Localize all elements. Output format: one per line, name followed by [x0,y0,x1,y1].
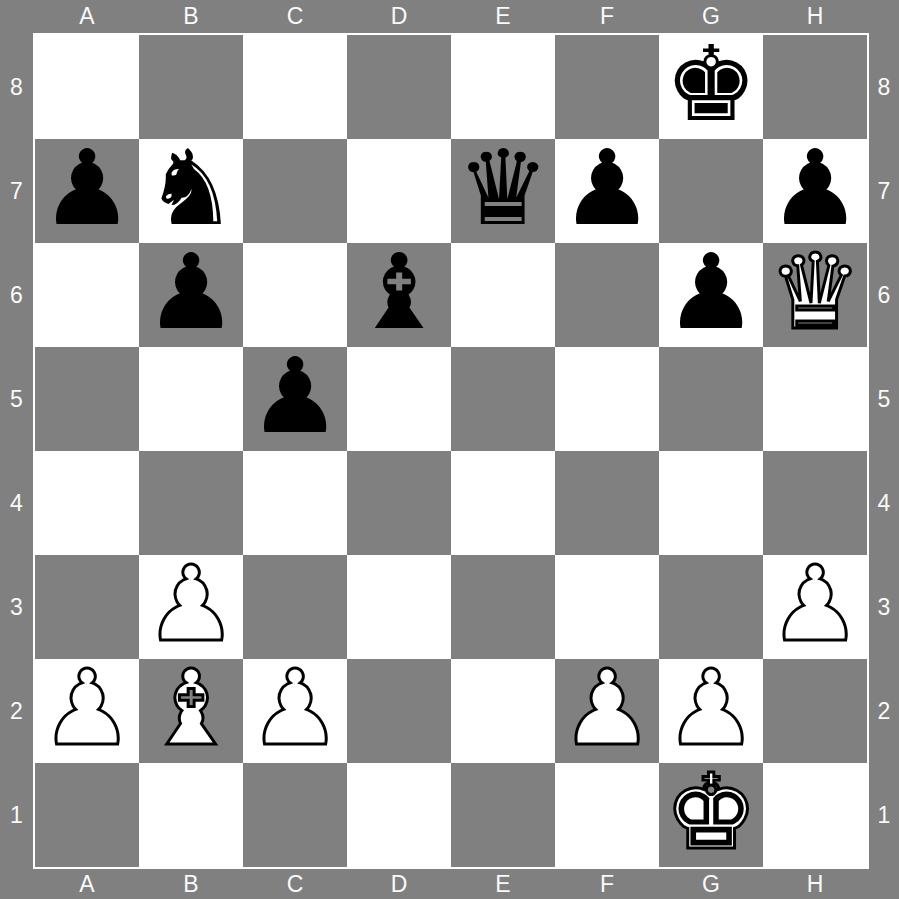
square-d7[interactable] [347,139,451,243]
rank-label-right-5: 5 [869,347,899,451]
square-a1[interactable] [35,763,139,867]
square-h5[interactable] [763,347,867,451]
square-g7[interactable] [659,139,763,243]
square-h3[interactable]: ♟ [763,555,867,659]
rank-labels-left: 87654321 [0,35,33,867]
square-h8[interactable] [763,35,867,139]
file-label-bottom-h: H [763,869,867,899]
file-label-bottom-a: A [35,869,139,899]
square-d4[interactable] [347,451,451,555]
file-label-top-h: H [763,0,867,33]
square-g3[interactable] [659,555,763,659]
square-a3[interactable] [35,555,139,659]
rank-label-left-4: 4 [0,451,33,555]
rank-label-right-2: 2 [869,659,899,763]
file-label-bottom-f: F [555,869,659,899]
square-d6[interactable]: ♝ [347,243,451,347]
file-label-top-e: E [451,0,555,33]
square-e6[interactable] [451,243,555,347]
piece-white-pawn[interactable]: ♟ [40,656,133,760]
square-c1[interactable] [243,763,347,867]
square-c6[interactable] [243,243,347,347]
rank-label-right-1: 1 [869,763,899,867]
piece-white-pawn[interactable]: ♟ [664,656,757,760]
square-a7[interactable]: ♟ [35,139,139,243]
file-label-top-c: C [243,0,347,33]
file-labels-bottom: ABCDEFGH [35,869,867,899]
rank-labels-right: 87654321 [869,35,899,867]
square-e1[interactable] [451,763,555,867]
square-c7[interactable] [243,139,347,243]
square-c3[interactable] [243,555,347,659]
piece-black-pawn[interactable]: ♟ [768,136,861,240]
rank-label-right-8: 8 [869,35,899,139]
square-a8[interactable] [35,35,139,139]
square-g6[interactable]: ♟ [659,243,763,347]
rank-label-left-8: 8 [0,35,33,139]
file-label-top-d: D [347,0,451,33]
chess-board-frame: ABCDEFGH ABCDEFGH 87654321 87654321 ♚♟♞♛… [0,0,899,899]
square-a5[interactable] [35,347,139,451]
square-h6[interactable]: ♛ [763,243,867,347]
square-d2[interactable] [347,659,451,763]
piece-black-bishop[interactable]: ♝ [352,240,445,344]
file-label-bottom-c: C [243,869,347,899]
piece-black-pawn[interactable]: ♟ [560,136,653,240]
square-f7[interactable]: ♟ [555,139,659,243]
file-label-top-a: A [35,0,139,33]
square-b8[interactable] [139,35,243,139]
rank-label-left-6: 6 [0,243,33,347]
rank-label-right-4: 4 [869,451,899,555]
square-a4[interactable] [35,451,139,555]
rank-label-right-7: 7 [869,139,899,243]
square-e3[interactable] [451,555,555,659]
piece-white-pawn[interactable]: ♟ [560,656,653,760]
square-f2[interactable]: ♟ [555,659,659,763]
square-h7[interactable]: ♟ [763,139,867,243]
rank-label-left-7: 7 [0,139,33,243]
square-d3[interactable] [347,555,451,659]
square-c2[interactable]: ♟ [243,659,347,763]
square-g2[interactable]: ♟ [659,659,763,763]
piece-black-pawn[interactable]: ♟ [248,344,341,448]
piece-white-king[interactable]: ♚ [664,760,757,864]
square-d8[interactable] [347,35,451,139]
square-g4[interactable] [659,451,763,555]
square-f5[interactable] [555,347,659,451]
piece-white-pawn[interactable]: ♟ [768,552,861,656]
square-f8[interactable] [555,35,659,139]
piece-white-bishop[interactable]: ♝ [144,656,237,760]
piece-white-pawn[interactable]: ♟ [248,656,341,760]
square-e8[interactable] [451,35,555,139]
rank-label-left-2: 2 [0,659,33,763]
square-f4[interactable] [555,451,659,555]
square-d5[interactable] [347,347,451,451]
square-e2[interactable] [451,659,555,763]
square-b1[interactable] [139,763,243,867]
file-label-bottom-e: E [451,869,555,899]
square-b2[interactable]: ♝ [139,659,243,763]
square-e4[interactable] [451,451,555,555]
rank-label-right-3: 3 [869,555,899,659]
square-d1[interactable] [347,763,451,867]
piece-black-knight[interactable]: ♞ [144,136,237,240]
file-label-top-b: B [139,0,243,33]
square-b6[interactable]: ♟ [139,243,243,347]
square-h4[interactable] [763,451,867,555]
piece-black-pawn[interactable]: ♟ [664,240,757,344]
square-a2[interactable]: ♟ [35,659,139,763]
square-e5[interactable] [451,347,555,451]
square-b5[interactable] [139,347,243,451]
square-a6[interactable] [35,243,139,347]
chess-board: ♚♟♞♛♟♟♟♝♟♛♟♟♟♟♝♟♟♟♚ [33,33,869,869]
rank-label-right-6: 6 [869,243,899,347]
piece-white-queen[interactable]: ♛ [768,240,861,344]
square-b3[interactable]: ♟ [139,555,243,659]
file-label-bottom-g: G [659,869,763,899]
square-f1[interactable] [555,763,659,867]
square-f6[interactable] [555,243,659,347]
square-b4[interactable] [139,451,243,555]
square-b7[interactable]: ♞ [139,139,243,243]
square-g8[interactable]: ♚ [659,35,763,139]
square-g5[interactable] [659,347,763,451]
piece-black-queen[interactable]: ♛ [456,136,549,240]
square-c8[interactable] [243,35,347,139]
piece-black-pawn[interactable]: ♟ [40,136,133,240]
file-label-bottom-b: B [139,869,243,899]
file-label-top-f: F [555,0,659,33]
square-c4[interactable] [243,451,347,555]
square-f3[interactable] [555,555,659,659]
square-h1[interactable] [763,763,867,867]
square-g1[interactable]: ♚ [659,763,763,867]
rank-label-left-5: 5 [0,347,33,451]
square-e7[interactable]: ♛ [451,139,555,243]
piece-black-pawn[interactable]: ♟ [144,240,237,344]
rank-label-left-3: 3 [0,555,33,659]
piece-black-king[interactable]: ♚ [664,32,757,136]
rank-label-left-1: 1 [0,763,33,867]
file-label-bottom-d: D [347,869,451,899]
square-h2[interactable] [763,659,867,763]
piece-white-pawn[interactable]: ♟ [144,552,237,656]
square-c5[interactable]: ♟ [243,347,347,451]
